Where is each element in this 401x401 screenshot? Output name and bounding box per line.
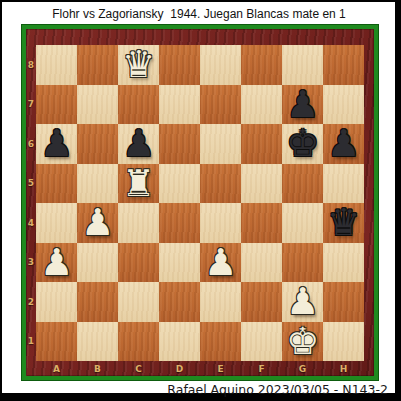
square-d8 bbox=[159, 45, 200, 85]
square-e2 bbox=[200, 282, 241, 322]
square-a5 bbox=[36, 164, 77, 204]
piece-black-pawn: ♟ bbox=[323, 124, 364, 164]
chess-board: ♛♟♟♟♚♟♜♟♛♟♟♟♚ bbox=[36, 45, 364, 361]
square-c2 bbox=[118, 282, 159, 322]
rank-label-6: 6 bbox=[26, 124, 36, 164]
square-f4 bbox=[241, 203, 282, 243]
square-a3: ♟ bbox=[36, 243, 77, 283]
square-h8 bbox=[323, 45, 364, 85]
square-d2 bbox=[159, 282, 200, 322]
piece-white-rook: ♜ bbox=[118, 164, 159, 204]
square-c4 bbox=[118, 203, 159, 243]
square-g4 bbox=[282, 203, 323, 243]
piece-black-queen: ♛ bbox=[323, 203, 364, 243]
square-f3 bbox=[241, 243, 282, 283]
rank-label-1: 1 bbox=[26, 322, 36, 362]
square-e5 bbox=[200, 164, 241, 204]
square-a6: ♟ bbox=[36, 124, 77, 164]
credit-caption: Rafael Aquino 2023/03/05 - N143-2 bbox=[167, 382, 388, 397]
piece-black-pawn: ♟ bbox=[118, 124, 159, 164]
piece-black-pawn: ♟ bbox=[36, 124, 77, 164]
file-labels: ABCDEFGH bbox=[36, 361, 364, 376]
piece-white-pawn: ♟ bbox=[77, 203, 118, 243]
file-label-H: H bbox=[323, 361, 364, 376]
square-c8: ♛ bbox=[118, 45, 159, 85]
square-b2 bbox=[77, 282, 118, 322]
file-label-F: F bbox=[241, 361, 282, 376]
rank-labels: 87654321 bbox=[26, 45, 36, 361]
square-e3: ♟ bbox=[200, 243, 241, 283]
file-label-D: D bbox=[159, 361, 200, 376]
square-e1 bbox=[200, 322, 241, 362]
square-g8 bbox=[282, 45, 323, 85]
square-g2: ♟ bbox=[282, 282, 323, 322]
square-g3 bbox=[282, 243, 323, 283]
square-b3 bbox=[77, 243, 118, 283]
rank-label-8: 8 bbox=[26, 45, 36, 85]
file-label-B: B bbox=[77, 361, 118, 376]
square-c5: ♜ bbox=[118, 164, 159, 204]
rank-label-3: 3 bbox=[26, 243, 36, 283]
square-h6: ♟ bbox=[323, 124, 364, 164]
square-f6 bbox=[241, 124, 282, 164]
square-a4 bbox=[36, 203, 77, 243]
square-e7 bbox=[200, 85, 241, 125]
square-h2 bbox=[323, 282, 364, 322]
square-h5 bbox=[323, 164, 364, 204]
piece-white-queen: ♛ bbox=[118, 45, 159, 85]
square-d5 bbox=[159, 164, 200, 204]
square-e8 bbox=[200, 45, 241, 85]
square-h7 bbox=[323, 85, 364, 125]
square-g6: ♚ bbox=[282, 124, 323, 164]
piece-white-pawn: ♟ bbox=[36, 243, 77, 283]
file-label-E: E bbox=[200, 361, 241, 376]
piece-black-king: ♚ bbox=[282, 124, 323, 164]
file-label-G: G bbox=[282, 361, 323, 376]
file-label-A: A bbox=[36, 361, 77, 376]
square-b5 bbox=[77, 164, 118, 204]
square-d4 bbox=[159, 203, 200, 243]
square-f8 bbox=[241, 45, 282, 85]
square-b7 bbox=[77, 85, 118, 125]
piece-white-pawn: ♟ bbox=[200, 243, 241, 283]
page-title: Flohr vs Zagoriansky 1944. Juegan Blanca… bbox=[21, 7, 377, 21]
file-label-C: C bbox=[118, 361, 159, 376]
square-a8 bbox=[36, 45, 77, 85]
square-a2 bbox=[36, 282, 77, 322]
square-d7 bbox=[159, 85, 200, 125]
piece-white-king: ♚ bbox=[282, 322, 323, 362]
square-g7: ♟ bbox=[282, 85, 323, 125]
rank-label-5: 5 bbox=[26, 164, 36, 204]
square-d6 bbox=[159, 124, 200, 164]
square-h3 bbox=[323, 243, 364, 283]
square-c7 bbox=[118, 85, 159, 125]
page: Flohr vs Zagoriansky 1944. Juegan Blanca… bbox=[2, 2, 395, 393]
square-b4: ♟ bbox=[77, 203, 118, 243]
square-c6: ♟ bbox=[118, 124, 159, 164]
chess-board-frame: 87654321 ♛♟♟♟♚♟♜♟♛♟♟♟♚ ABCDEFGH bbox=[22, 25, 378, 380]
square-c1 bbox=[118, 322, 159, 362]
rank-label-4: 4 bbox=[26, 203, 36, 243]
square-a7 bbox=[36, 85, 77, 125]
piece-black-pawn: ♟ bbox=[282, 85, 323, 125]
square-f1 bbox=[241, 322, 282, 362]
square-e4 bbox=[200, 203, 241, 243]
square-b8 bbox=[77, 45, 118, 85]
rank-label-7: 7 bbox=[26, 85, 36, 125]
square-h4: ♛ bbox=[323, 203, 364, 243]
square-b6 bbox=[77, 124, 118, 164]
piece-white-pawn: ♟ bbox=[282, 282, 323, 322]
square-g5 bbox=[282, 164, 323, 204]
square-f7 bbox=[241, 85, 282, 125]
square-b1 bbox=[77, 322, 118, 362]
square-d1 bbox=[159, 322, 200, 362]
square-f2 bbox=[241, 282, 282, 322]
square-e6 bbox=[200, 124, 241, 164]
square-g1: ♚ bbox=[282, 322, 323, 362]
square-h1 bbox=[323, 322, 364, 362]
square-f5 bbox=[241, 164, 282, 204]
square-a1 bbox=[36, 322, 77, 362]
rank-label-2: 2 bbox=[26, 282, 36, 322]
square-d3 bbox=[159, 243, 200, 283]
square-c3 bbox=[118, 243, 159, 283]
